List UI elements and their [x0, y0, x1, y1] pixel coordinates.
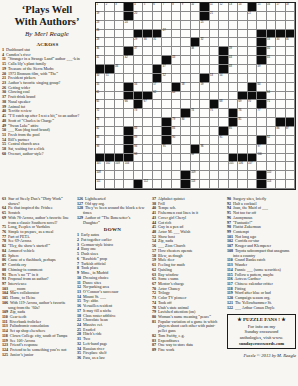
grid-cell[interactable]	[229, 21, 238, 30]
grid-cell[interactable]	[124, 74, 133, 83]
grid-cell[interactable]	[191, 92, 200, 101]
grid-cell[interactable]	[267, 154, 276, 163]
grid-cell[interactable]: 1	[96, 3, 105, 12]
grid-cell[interactable]: 78	[96, 118, 105, 127]
grid-cell[interactable]	[229, 38, 238, 47]
grid-cell[interactable]	[105, 180, 114, 189]
grid-cell[interactable]	[200, 92, 209, 101]
grid-cell[interactable]	[153, 56, 162, 65]
grid-cell[interactable]	[229, 92, 238, 101]
grid-cell[interactable]	[210, 83, 219, 92]
grid-cell[interactable]: 114	[267, 180, 276, 189]
grid-cell[interactable]: 21	[210, 12, 219, 21]
grid-cell[interactable]	[229, 74, 238, 83]
grid-cell[interactable]	[200, 109, 209, 118]
grid-cell[interactable]: 63	[172, 92, 181, 101]
grid-cell[interactable]	[200, 47, 209, 56]
grid-cell[interactable]	[124, 118, 133, 127]
grid-cell[interactable]: 24	[124, 21, 133, 30]
grid-cell[interactable]	[124, 109, 133, 118]
grid-cell[interactable]	[257, 127, 266, 136]
grid-cell[interactable]: 33	[267, 38, 276, 47]
grid-cell[interactable]	[200, 180, 209, 189]
grid-cell[interactable]	[210, 162, 219, 171]
grid-cell[interactable]	[153, 47, 162, 56]
grid-cell[interactable]: 92	[267, 136, 276, 145]
grid-cell[interactable]	[115, 100, 124, 109]
grid-cell[interactable]	[162, 162, 171, 171]
grid-cell[interactable]	[219, 180, 228, 189]
grid-cell[interactable]	[219, 109, 228, 118]
grid-cell[interactable]	[276, 100, 285, 109]
grid-cell[interactable]	[276, 145, 285, 154]
grid-cell[interactable]	[191, 83, 200, 92]
grid-cell[interactable]	[286, 100, 295, 109]
grid-cell[interactable]	[219, 162, 228, 171]
grid-cell[interactable]	[172, 38, 181, 47]
grid-cell[interactable]	[276, 56, 285, 65]
grid-cell[interactable]: 91	[219, 136, 228, 145]
grid-cell[interactable]	[143, 171, 152, 180]
grid-cell[interactable]: 85	[229, 127, 238, 136]
grid-cell[interactable]: 48	[229, 65, 238, 74]
grid-cell[interactable]: 73	[134, 109, 143, 118]
grid-cell[interactable]	[286, 47, 295, 56]
grid-cell[interactable]	[191, 127, 200, 136]
grid-cell[interactable]	[153, 118, 162, 127]
grid-cell[interactable]	[162, 180, 171, 189]
grid-cell[interactable]	[143, 145, 152, 154]
grid-cell[interactable]: 18	[286, 3, 295, 12]
grid-cell[interactable]	[229, 171, 238, 180]
grid-cell[interactable]	[267, 162, 276, 171]
grid-cell[interactable]	[200, 56, 209, 65]
grid-cell[interactable]	[286, 171, 295, 180]
grid-cell[interactable]	[248, 127, 257, 136]
grid-cell[interactable]: 77	[257, 109, 266, 118]
grid-cell[interactable]	[172, 65, 181, 74]
grid-cell[interactable]	[257, 162, 266, 171]
grid-cell[interactable]	[267, 118, 276, 127]
grid-cell[interactable]: 112	[143, 180, 152, 189]
grid-cell[interactable]: 87	[286, 127, 295, 136]
grid-cell[interactable]: 109	[191, 171, 200, 180]
grid-cell[interactable]: 35	[286, 38, 295, 47]
grid-cell[interactable]	[286, 109, 295, 118]
grid-cell[interactable]: 99	[191, 154, 200, 163]
grid-cell[interactable]	[181, 56, 190, 65]
grid-cell[interactable]	[276, 12, 285, 21]
grid-cell[interactable]	[162, 38, 171, 47]
grid-cell[interactable]	[115, 180, 124, 189]
grid-cell[interactable]: 84	[172, 127, 181, 136]
grid-cell[interactable]	[276, 109, 285, 118]
grid-cell[interactable]	[191, 56, 200, 65]
grid-cell[interactable]	[134, 118, 143, 127]
grid-cell[interactable]	[153, 154, 162, 163]
grid-cell[interactable]	[267, 21, 276, 30]
grid-cell[interactable]	[181, 21, 190, 30]
grid-cell[interactable]	[248, 74, 257, 83]
grid-cell[interactable]	[105, 92, 114, 101]
grid-cell[interactable]: 74	[191, 109, 200, 118]
grid-cell[interactable]	[276, 65, 285, 74]
grid-cell[interactable]	[105, 83, 114, 92]
grid-cell[interactable]	[143, 12, 152, 21]
grid-cell[interactable]: 90	[172, 136, 181, 145]
grid-cell[interactable]	[115, 145, 124, 154]
grid-cell[interactable]: 17	[276, 3, 285, 12]
grid-cell[interactable]	[134, 162, 143, 171]
grid-cell[interactable]: 16	[267, 3, 276, 12]
grid-cell[interactable]	[172, 162, 181, 171]
grid-cell[interactable]: 12	[219, 3, 228, 12]
grid-cell[interactable]	[162, 100, 171, 109]
grid-cell[interactable]	[162, 47, 171, 56]
grid-cell[interactable]	[162, 109, 171, 118]
grid-cell[interactable]	[181, 145, 190, 154]
grid-cell[interactable]	[124, 171, 133, 180]
grid-cell[interactable]	[286, 162, 295, 171]
grid-cell[interactable]	[153, 12, 162, 21]
grid-cell[interactable]: 32	[200, 38, 209, 47]
grid-cell[interactable]: 40	[267, 47, 276, 56]
grid-cell[interactable]: 70	[248, 100, 257, 109]
grid-cell[interactable]	[276, 21, 285, 30]
grid-cell[interactable]	[276, 162, 285, 171]
grid-cell[interactable]: 30	[143, 38, 152, 47]
grid-cell[interactable]: 6	[153, 3, 162, 12]
grid-cell[interactable]: 111	[96, 180, 105, 189]
grid-cell[interactable]	[191, 12, 200, 21]
grid-cell[interactable]	[191, 30, 200, 39]
grid-cell[interactable]	[286, 21, 295, 30]
grid-cell[interactable]	[181, 12, 190, 21]
grid-cell[interactable]	[143, 118, 152, 127]
grid-cell[interactable]	[219, 30, 228, 39]
grid-cell[interactable]	[115, 171, 124, 180]
grid-cell[interactable]	[267, 145, 276, 154]
grid-cell[interactable]	[238, 12, 247, 21]
grid-cell[interactable]	[219, 145, 228, 154]
grid-cell[interactable]	[115, 118, 124, 127]
grid-cell[interactable]: 44	[229, 56, 238, 65]
grid-cell[interactable]	[105, 145, 114, 154]
grid-cell[interactable]	[115, 21, 124, 30]
grid-cell[interactable]: 7	[162, 3, 171, 12]
grid-cell[interactable]	[286, 83, 295, 92]
grid-cell[interactable]	[134, 171, 143, 180]
grid-cell[interactable]	[105, 12, 114, 21]
grid-cell[interactable]	[248, 118, 257, 127]
grid-cell[interactable]	[219, 83, 228, 92]
grid-cell[interactable]	[162, 92, 171, 101]
grid-cell[interactable]	[191, 65, 200, 74]
grid-cell[interactable]: 4	[134, 3, 143, 12]
grid-cell[interactable]	[267, 74, 276, 83]
grid-cell[interactable]: 58	[181, 83, 190, 92]
grid-cell[interactable]	[210, 127, 219, 136]
grid-cell[interactable]: 72	[96, 109, 105, 118]
grid-cell[interactable]: 62	[153, 92, 162, 101]
grid-cell[interactable]	[105, 109, 114, 118]
grid-cell[interactable]	[200, 171, 209, 180]
grid-cell[interactable]	[115, 109, 124, 118]
grid-cell[interactable]	[267, 12, 276, 21]
grid-cell[interactable]	[276, 171, 285, 180]
grid-cell[interactable]: 89	[134, 136, 143, 145]
grid-cell[interactable]: 41	[96, 56, 105, 65]
grid-cell[interactable]	[210, 65, 219, 74]
grid-cell[interactable]	[153, 100, 162, 109]
grid-cell[interactable]	[115, 136, 124, 145]
grid-cell[interactable]: 31	[153, 38, 162, 47]
grid-cell[interactable]	[248, 21, 257, 30]
grid-cell[interactable]: 37	[134, 47, 143, 56]
grid-cell[interactable]: 20	[134, 12, 143, 21]
grid-cell[interactable]	[181, 74, 190, 83]
grid-cell[interactable]: 113	[191, 180, 200, 189]
grid-cell[interactable]	[248, 38, 257, 47]
grid-cell[interactable]: 102	[105, 162, 114, 171]
crossword-grid[interactable]: 1234567891011121314151617181920212223242…	[95, 2, 296, 190]
grid-cell[interactable]	[105, 38, 114, 47]
grid-cell[interactable]	[115, 92, 124, 101]
grid-cell[interactable]	[162, 12, 171, 21]
grid-cell[interactable]	[276, 92, 285, 101]
grid-cell[interactable]: 75	[210, 109, 219, 118]
grid-cell[interactable]	[162, 154, 171, 163]
grid-cell[interactable]	[143, 21, 152, 30]
grid-cell[interactable]	[191, 74, 200, 83]
grid-cell[interactable]	[124, 65, 133, 74]
grid-cell[interactable]	[276, 83, 285, 92]
grid-cell[interactable]	[143, 127, 152, 136]
grid-cell[interactable]: 47	[162, 65, 171, 74]
grid-cell[interactable]: 45	[267, 56, 276, 65]
grid-cell[interactable]	[143, 47, 152, 56]
grid-cell[interactable]	[238, 136, 247, 145]
grid-cell[interactable]: 14	[238, 3, 247, 12]
grid-cell[interactable]	[172, 100, 181, 109]
grid-cell[interactable]: 96	[200, 145, 209, 154]
grid-cell[interactable]	[248, 136, 257, 145]
grid-cell[interactable]: 19	[96, 12, 105, 21]
grid-cell[interactable]	[219, 171, 228, 180]
grid-cell[interactable]: 93	[96, 145, 105, 154]
grid-cell[interactable]	[219, 21, 228, 30]
grid-cell[interactable]	[200, 127, 209, 136]
grid-cell[interactable]	[219, 118, 228, 127]
grid-cell[interactable]	[115, 38, 124, 47]
grid-cell[interactable]	[153, 180, 162, 189]
grid-cell[interactable]	[238, 38, 247, 47]
grid-cell[interactable]	[219, 38, 228, 47]
grid-cell[interactable]	[191, 21, 200, 30]
grid-cell[interactable]: 105	[229, 162, 238, 171]
grid-cell[interactable]	[229, 136, 238, 145]
grid-cell[interactable]	[286, 12, 295, 21]
grid-cell[interactable]	[115, 12, 124, 21]
grid-cell[interactable]	[286, 154, 295, 163]
grid-cell[interactable]	[153, 109, 162, 118]
grid-cell[interactable]	[248, 171, 257, 180]
grid-cell[interactable]	[172, 30, 181, 39]
grid-cell[interactable]	[105, 136, 114, 145]
grid-cell[interactable]	[238, 74, 247, 83]
grid-cell[interactable]: 3	[115, 3, 124, 12]
grid-cell[interactable]: 34	[276, 38, 285, 47]
grid-cell[interactable]: 83	[134, 127, 143, 136]
grid-cell[interactable]: 79	[172, 118, 181, 127]
grid-cell[interactable]	[286, 92, 295, 101]
grid-cell[interactable]	[229, 12, 238, 21]
grid-cell[interactable]	[172, 180, 181, 189]
grid-cell[interactable]	[105, 127, 114, 136]
grid-cell[interactable]: 86	[276, 127, 285, 136]
grid-cell[interactable]: 59	[200, 83, 209, 92]
grid-cell[interactable]	[238, 145, 247, 154]
grid-cell[interactable]	[105, 30, 114, 39]
grid-cell[interactable]	[181, 65, 190, 74]
grid-cell[interactable]	[115, 56, 124, 65]
grid-cell[interactable]	[238, 56, 247, 65]
grid-cell[interactable]	[105, 100, 114, 109]
grid-cell[interactable]: 56	[134, 83, 143, 92]
grid-cell[interactable]	[124, 30, 133, 39]
grid-cell[interactable]: 38	[191, 47, 200, 56]
grid-cell[interactable]	[276, 47, 285, 56]
grid-cell[interactable]: 52	[162, 74, 171, 83]
grid-cell[interactable]	[210, 38, 219, 47]
grid-cell[interactable]	[153, 127, 162, 136]
grid-cell[interactable]	[115, 83, 124, 92]
grid-cell[interactable]: 28	[96, 38, 105, 47]
grid-cell[interactable]	[153, 136, 162, 145]
grid-cell[interactable]: 68	[219, 100, 228, 109]
grid-cell[interactable]	[200, 162, 209, 171]
grid-cell[interactable]	[143, 154, 152, 163]
grid-cell[interactable]: 76	[238, 109, 247, 118]
grid-cell[interactable]	[238, 65, 247, 74]
grid-cell[interactable]	[200, 154, 209, 163]
grid-cell[interactable]	[134, 21, 143, 30]
grid-cell[interactable]	[181, 38, 190, 47]
grid-cell[interactable]	[143, 65, 152, 74]
grid-cell[interactable]: 2	[105, 3, 114, 12]
grid-cell[interactable]: 107	[248, 162, 257, 171]
grid-cell[interactable]	[191, 100, 200, 109]
grid-cell[interactable]: 88	[96, 136, 105, 145]
grid-cell[interactable]	[229, 180, 238, 189]
grid-cell[interactable]: 53	[210, 74, 219, 83]
grid-cell[interactable]	[181, 136, 190, 145]
grid-cell[interactable]	[172, 47, 181, 56]
grid-cell[interactable]: 50	[96, 74, 105, 83]
grid-cell[interactable]	[153, 162, 162, 171]
grid-cell[interactable]	[124, 180, 133, 189]
grid-cell[interactable]	[238, 47, 247, 56]
grid-cell[interactable]	[257, 74, 266, 83]
grid-cell[interactable]	[105, 47, 114, 56]
grid-cell[interactable]	[210, 145, 219, 154]
grid-cell[interactable]: 49	[257, 65, 266, 74]
grid-cell[interactable]	[172, 145, 181, 154]
grid-cell[interactable]: 11	[210, 3, 219, 12]
grid-cell[interactable]	[134, 56, 143, 65]
grid-cell[interactable]	[210, 136, 219, 145]
grid-cell[interactable]	[257, 118, 266, 127]
grid-cell[interactable]	[200, 100, 209, 109]
grid-cell[interactable]	[248, 47, 257, 56]
grid-cell[interactable]	[210, 56, 219, 65]
grid-cell[interactable]	[238, 127, 247, 136]
grid-cell[interactable]: 54	[219, 74, 228, 83]
grid-cell[interactable]	[210, 47, 219, 56]
grid-cell[interactable]	[181, 154, 190, 163]
grid-cell[interactable]	[115, 127, 124, 136]
grid-cell[interactable]	[143, 109, 152, 118]
grid-cell[interactable]	[105, 21, 114, 30]
grid-cell[interactable]: 5	[143, 3, 152, 12]
grid-cell[interactable]	[286, 136, 295, 145]
grid-cell[interactable]: 51	[105, 74, 114, 83]
grid-cell[interactable]	[105, 56, 114, 65]
grid-cell[interactable]	[153, 21, 162, 30]
grid-cell[interactable]: 60	[257, 83, 266, 92]
grid-cell[interactable]	[181, 100, 190, 109]
grid-cell[interactable]: 9	[181, 3, 190, 12]
grid-cell[interactable]	[172, 74, 181, 83]
grid-cell[interactable]	[229, 100, 238, 109]
grid-cell[interactable]	[210, 154, 219, 163]
grid-cell[interactable]	[286, 56, 295, 65]
grid-cell[interactable]: 67	[143, 100, 152, 109]
grid-cell[interactable]	[286, 65, 295, 74]
grid-cell[interactable]	[143, 56, 152, 65]
grid-cell[interactable]: 10	[191, 3, 200, 12]
grid-cell[interactable]	[172, 109, 181, 118]
grid-cell[interactable]	[276, 136, 285, 145]
grid-cell[interactable]	[172, 21, 181, 30]
grid-cell[interactable]	[248, 56, 257, 65]
grid-cell[interactable]	[134, 65, 143, 74]
grid-cell[interactable]	[248, 65, 257, 74]
grid-cell[interactable]	[143, 83, 152, 92]
grid-cell[interactable]	[191, 162, 200, 171]
grid-cell[interactable]	[191, 118, 200, 127]
grid-cell[interactable]	[238, 180, 247, 189]
grid-cell[interactable]	[229, 83, 238, 92]
grid-cell[interactable]: 104	[124, 162, 133, 171]
grid-cell[interactable]	[143, 136, 152, 145]
grid-cell[interactable]: 65	[96, 100, 105, 109]
grid-cell[interactable]	[238, 21, 247, 30]
grid-cell[interactable]	[153, 171, 162, 180]
grid-cell[interactable]	[172, 12, 181, 21]
grid-cell[interactable]	[162, 171, 171, 180]
grid-cell[interactable]: 43	[172, 56, 181, 65]
grid-cell[interactable]: 110	[267, 171, 276, 180]
grid-cell[interactable]	[286, 74, 295, 83]
grid-cell[interactable]: 22	[248, 12, 257, 21]
grid-cell[interactable]	[219, 154, 228, 163]
grid-cell[interactable]	[267, 127, 276, 136]
grid-cell[interactable]	[115, 74, 124, 83]
grid-cell[interactable]	[248, 30, 257, 39]
grid-cell[interactable]: 106	[238, 162, 247, 171]
grid-cell[interactable]: 13	[229, 3, 238, 12]
